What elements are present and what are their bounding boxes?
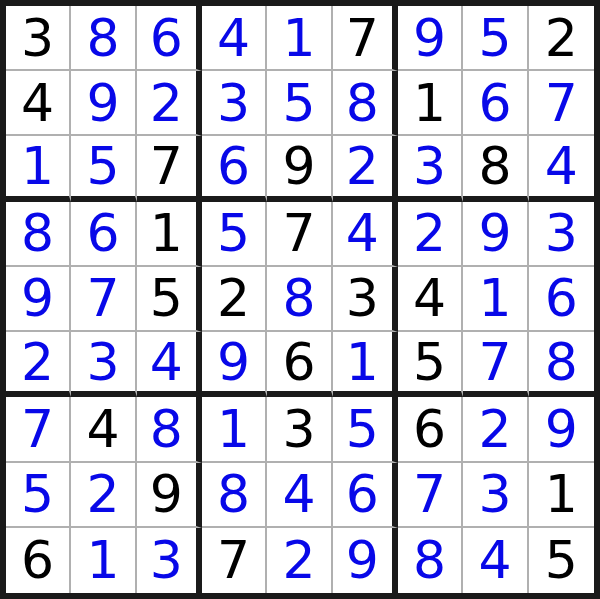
filled-digit: 8 <box>21 207 54 259</box>
sudoku-cell-r4c8[interactable]: 9 <box>463 202 528 267</box>
given-digit: 6 <box>21 534 54 586</box>
sudoku-cell-r9c2[interactable]: 1 <box>71 528 136 593</box>
given-digit: 1 <box>150 207 183 259</box>
sudoku-cell-r5c5[interactable]: 8 <box>267 267 332 332</box>
filled-digit: 2 <box>150 77 183 129</box>
filled-digit: 1 <box>86 534 119 586</box>
sudoku-cell-r1c4[interactable]: 4 <box>202 6 267 71</box>
sudoku-cell-r5c1[interactable]: 9 <box>6 267 71 332</box>
given-digit: 4 <box>413 272 446 324</box>
filled-digit: 4 <box>150 336 183 388</box>
filled-digit: 8 <box>282 272 315 324</box>
filled-digit: 1 <box>346 336 379 388</box>
sudoku-cell-r2c4[interactable]: 3 <box>202 71 267 136</box>
filled-digit: 4 <box>545 140 578 192</box>
sudoku-cell-r1c3[interactable]: 6 <box>137 6 202 71</box>
filled-digit: 9 <box>21 272 54 324</box>
sudoku-cell-r8c4[interactable]: 8 <box>202 463 267 528</box>
sudoku-cell-r3c8[interactable]: 8 <box>463 136 528 201</box>
filled-digit: 3 <box>150 534 183 586</box>
filled-digit: 8 <box>150 403 183 455</box>
filled-digit: 1 <box>21 140 54 192</box>
sudoku-cell-r1c7[interactable]: 9 <box>398 6 463 71</box>
sudoku-cell-r5c7[interactable]: 4 <box>398 267 463 332</box>
filled-digit: 7 <box>413 468 446 520</box>
filled-digit: 6 <box>217 140 250 192</box>
filled-digit: 5 <box>21 468 54 520</box>
filled-digit: 4 <box>478 534 511 586</box>
sudoku-cell-r1c1[interactable]: 3 <box>6 6 71 71</box>
filled-digit: 6 <box>86 207 119 259</box>
filled-digit: 3 <box>217 77 250 129</box>
sudoku-cell-r5c3[interactable]: 5 <box>137 267 202 332</box>
filled-digit: 7 <box>21 403 54 455</box>
sudoku-cell-r6c3[interactable]: 4 <box>137 332 202 397</box>
filled-digit: 6 <box>346 468 379 520</box>
given-digit: 5 <box>545 534 578 586</box>
sudoku-cell-r1c8[interactable]: 5 <box>463 6 528 71</box>
sudoku-cell-r3c3[interactable]: 7 <box>137 136 202 201</box>
filled-digit: 4 <box>282 468 315 520</box>
filled-digit: 5 <box>282 77 315 129</box>
filled-digit: 3 <box>545 207 578 259</box>
sudoku-cell-r8c5[interactable]: 4 <box>267 463 332 528</box>
sudoku-cell-r6c9[interactable]: 8 <box>529 332 594 397</box>
sudoku-cell-r3c4[interactable]: 6 <box>202 136 267 201</box>
sudoku-cell-r8c9[interactable]: 1 <box>529 463 594 528</box>
filled-digit: 5 <box>86 140 119 192</box>
sudoku-cell-r2c6[interactable]: 8 <box>333 71 398 136</box>
filled-digit: 2 <box>346 140 379 192</box>
filled-digit: 9 <box>217 336 250 388</box>
filled-digit: 7 <box>545 77 578 129</box>
sudoku-cell-r4c5[interactable]: 7 <box>267 202 332 267</box>
sudoku-cell-r9c4[interactable]: 7 <box>202 528 267 593</box>
filled-digit: 3 <box>478 468 511 520</box>
filled-digit: 9 <box>545 403 578 455</box>
given-digit: 7 <box>346 12 379 64</box>
sudoku-cell-r9c1[interactable]: 6 <box>6 528 71 593</box>
sudoku-cell-r6c6[interactable]: 1 <box>333 332 398 397</box>
sudoku-cell-r7c7[interactable]: 6 <box>398 397 463 462</box>
given-digit: 4 <box>21 77 54 129</box>
filled-digit: 8 <box>86 12 119 64</box>
sudoku-cell-r5c2[interactable]: 7 <box>71 267 136 332</box>
sudoku-cell-r2c3[interactable]: 2 <box>137 71 202 136</box>
sudoku-cell-r9c6[interactable]: 9 <box>333 528 398 593</box>
filled-digit: 5 <box>346 403 379 455</box>
filled-digit: 6 <box>545 272 578 324</box>
sudoku-cell-r1c2[interactable]: 8 <box>71 6 136 71</box>
sudoku-cell-r7c9[interactable]: 9 <box>529 397 594 462</box>
sudoku-cell-r9c8[interactable]: 4 <box>463 528 528 593</box>
filled-digit: 3 <box>413 140 446 192</box>
sudoku-cell-r4c1[interactable]: 8 <box>6 202 71 267</box>
filled-digit: 8 <box>346 77 379 129</box>
filled-digit: 7 <box>86 272 119 324</box>
given-digit: 2 <box>545 12 578 64</box>
sudoku-cell-r4c6[interactable]: 4 <box>333 202 398 267</box>
sudoku-cell-r9c3[interactable]: 3 <box>137 528 202 593</box>
sudoku-cell-r7c5[interactable]: 3 <box>267 397 332 462</box>
sudoku-board: 3864179524923581671576923848615742939752… <box>0 0 600 599</box>
sudoku-cell-r4c4[interactable]: 5 <box>202 202 267 267</box>
given-digit: 1 <box>413 77 446 129</box>
sudoku-cell-r6c8[interactable]: 7 <box>463 332 528 397</box>
sudoku-cell-r8c6[interactable]: 6 <box>333 463 398 528</box>
filled-digit: 9 <box>86 77 119 129</box>
sudoku-cell-r8c1[interactable]: 5 <box>6 463 71 528</box>
filled-digit: 6 <box>478 77 511 129</box>
filled-digit: 2 <box>282 534 315 586</box>
sudoku-cell-r3c5[interactable]: 9 <box>267 136 332 201</box>
sudoku-cell-r5c9[interactable]: 6 <box>529 267 594 332</box>
given-digit: 3 <box>21 12 54 64</box>
sudoku-cell-r6c2[interactable]: 3 <box>71 332 136 397</box>
sudoku-cell-r1c6[interactable]: 7 <box>333 6 398 71</box>
given-digit: 6 <box>282 336 315 388</box>
filled-digit: 4 <box>346 207 379 259</box>
filled-digit: 9 <box>346 534 379 586</box>
sudoku-cell-r7c1[interactable]: 7 <box>6 397 71 462</box>
filled-digit: 9 <box>413 12 446 64</box>
sudoku-cell-r2c8[interactable]: 6 <box>463 71 528 136</box>
sudoku-cell-r3c2[interactable]: 5 <box>71 136 136 201</box>
sudoku-cell-r5c8[interactable]: 1 <box>463 267 528 332</box>
given-digit: 4 <box>86 403 119 455</box>
sudoku-cell-r4c3[interactable]: 1 <box>137 202 202 267</box>
given-digit: 9 <box>150 468 183 520</box>
sudoku-cell-r3c9[interactable]: 4 <box>529 136 594 201</box>
sudoku-cell-r5c4[interactable]: 2 <box>202 267 267 332</box>
sudoku-cell-r3c7[interactable]: 3 <box>398 136 463 201</box>
sudoku-cell-r7c8[interactable]: 2 <box>463 397 528 462</box>
sudoku-cell-r8c8[interactable]: 3 <box>463 463 528 528</box>
sudoku-cell-r2c9[interactable]: 7 <box>529 71 594 136</box>
sudoku-cell-r8c3[interactable]: 9 <box>137 463 202 528</box>
filled-digit: 4 <box>217 12 250 64</box>
sudoku-cell-r7c2[interactable]: 4 <box>71 397 136 462</box>
given-digit: 5 <box>413 336 446 388</box>
given-digit: 6 <box>413 403 446 455</box>
filled-digit: 8 <box>217 468 250 520</box>
sudoku-cell-r5c6[interactable]: 3 <box>333 267 398 332</box>
sudoku-cell-r3c6[interactable]: 2 <box>333 136 398 201</box>
sudoku-cell-r6c5[interactable]: 6 <box>267 332 332 397</box>
filled-digit: 1 <box>478 272 511 324</box>
filled-digit: 1 <box>217 403 250 455</box>
given-digit: 3 <box>346 272 379 324</box>
sudoku-cell-r6c7[interactable]: 5 <box>398 332 463 397</box>
sudoku-cell-r9c5[interactable]: 2 <box>267 528 332 593</box>
given-digit: 2 <box>217 272 250 324</box>
sudoku-cell-r2c5[interactable]: 5 <box>267 71 332 136</box>
filled-digit: 1 <box>282 12 315 64</box>
filled-digit: 6 <box>150 12 183 64</box>
given-digit: 5 <box>150 272 183 324</box>
sudoku-cell-r4c7[interactable]: 2 <box>398 202 463 267</box>
filled-digit: 3 <box>86 336 119 388</box>
filled-digit: 2 <box>86 468 119 520</box>
given-digit: 1 <box>545 468 578 520</box>
filled-digit: 8 <box>545 336 578 388</box>
filled-digit: 5 <box>217 207 250 259</box>
sudoku-cell-r6c4[interactable]: 9 <box>202 332 267 397</box>
sudoku-cell-r6c1[interactable]: 2 <box>6 332 71 397</box>
given-digit: 3 <box>282 403 315 455</box>
sudoku-cell-r8c7[interactable]: 7 <box>398 463 463 528</box>
sudoku-cell-r2c1[interactable]: 4 <box>6 71 71 136</box>
given-digit: 9 <box>282 140 315 192</box>
filled-digit: 8 <box>413 534 446 586</box>
sudoku-cell-r8c2[interactable]: 2 <box>71 463 136 528</box>
filled-digit: 9 <box>478 207 511 259</box>
given-digit: 8 <box>478 140 511 192</box>
given-digit: 7 <box>150 140 183 192</box>
filled-digit: 5 <box>478 12 511 64</box>
sudoku-cell-r3c1[interactable]: 1 <box>6 136 71 201</box>
filled-digit: 7 <box>478 336 511 388</box>
sudoku-cell-r2c2[interactable]: 9 <box>71 71 136 136</box>
filled-digit: 2 <box>413 207 446 259</box>
sudoku-cell-r7c3[interactable]: 8 <box>137 397 202 462</box>
sudoku-cell-r4c2[interactable]: 6 <box>71 202 136 267</box>
sudoku-cell-r4c9[interactable]: 3 <box>529 202 594 267</box>
sudoku-cell-r1c9[interactable]: 2 <box>529 6 594 71</box>
sudoku-cell-r2c7[interactable]: 1 <box>398 71 463 136</box>
sudoku-cell-r9c7[interactable]: 8 <box>398 528 463 593</box>
sudoku-cell-r1c5[interactable]: 1 <box>267 6 332 71</box>
filled-digit: 2 <box>21 336 54 388</box>
given-digit: 7 <box>217 534 250 586</box>
filled-digit: 2 <box>478 403 511 455</box>
sudoku-cell-r7c4[interactable]: 1 <box>202 397 267 462</box>
given-digit: 7 <box>282 207 315 259</box>
sudoku-cell-r7c6[interactable]: 5 <box>333 397 398 462</box>
sudoku-cell-r9c9[interactable]: 5 <box>529 528 594 593</box>
